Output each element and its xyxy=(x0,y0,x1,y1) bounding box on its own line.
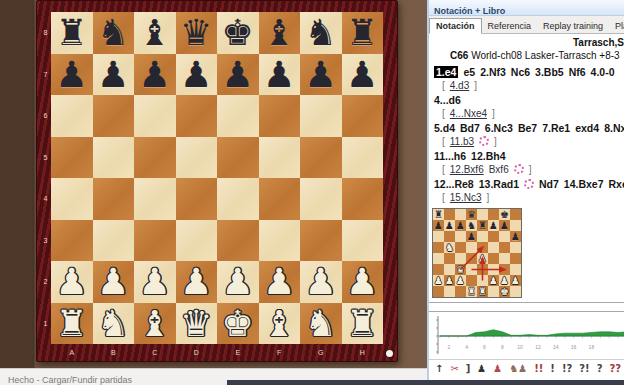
square-g1: ♚ xyxy=(499,286,510,297)
square-c4 xyxy=(455,253,466,264)
square-g7[interactable]: ♟ xyxy=(300,54,342,96)
square-c5[interactable] xyxy=(134,137,176,179)
svg-text:6: 6 xyxy=(483,344,486,350)
square-e5 xyxy=(477,242,488,253)
black-rook: ♜ xyxy=(477,220,488,231)
file-label-a: A xyxy=(51,345,93,361)
square-g4[interactable] xyxy=(300,178,342,220)
black-pawn: ♟ xyxy=(176,54,218,96)
square-a8: ♜ xyxy=(433,209,444,220)
black-pawn: ♟ xyxy=(134,54,176,96)
mainline-row: 11...h612.Bh4 xyxy=(434,149,624,163)
variation-row: [4...Nxe4] xyxy=(434,107,624,121)
square-a3 xyxy=(433,264,444,275)
square-d4 xyxy=(466,253,477,264)
evaluation-graph[interactable]: 24681012141618 xyxy=(429,312,624,359)
panel-title: Notación + Libro xyxy=(429,6,505,16)
white-pawn: ♟ xyxy=(433,275,444,286)
move-8.Nxd4[interactable]: 8.Nxd4 xyxy=(604,122,624,134)
file-label-c: C xyxy=(134,345,176,361)
tab-notación[interactable]: Notación xyxy=(429,18,482,34)
square-g5 xyxy=(499,242,510,253)
mistake-icon[interactable]: ? xyxy=(597,363,603,374)
square-e1[interactable]: ♚ xyxy=(217,303,259,345)
white-pawn: ♟ xyxy=(342,261,384,303)
white-rook: ♜ xyxy=(51,303,93,345)
variation-row: [15.Nc3] xyxy=(434,191,624,205)
square-e7[interactable]: ♟ xyxy=(217,54,259,96)
move-13.Rad1[interactable]: 13.Rad1 xyxy=(479,178,519,190)
square-g6 xyxy=(499,231,510,242)
move-1.e4[interactable]: 1.e4 xyxy=(434,66,458,78)
square-f4[interactable] xyxy=(259,178,301,220)
svg-text:4: 4 xyxy=(465,344,468,350)
square-f4 xyxy=(488,253,499,264)
arrow-up-icon[interactable]: ↑ xyxy=(435,363,443,374)
square-e6[interactable] xyxy=(217,95,259,137)
black-rook: ♜ xyxy=(433,209,444,220)
white-bishop: ♝ xyxy=(134,303,176,345)
square-g4 xyxy=(499,253,510,264)
square-c5 xyxy=(455,242,466,253)
square-c6[interactable] xyxy=(134,95,176,137)
event-header: C66 World-ch08 Lasker-Tarrasch +8-3 xyxy=(429,50,624,63)
square-d1[interactable]: ♛ xyxy=(176,303,218,345)
white-pawn: ♟ xyxy=(499,275,510,286)
square-e1: ♜ xyxy=(477,286,488,297)
square-f5 xyxy=(488,242,499,253)
interesting-move-icon[interactable]: !? xyxy=(562,363,572,374)
move-4...d6[interactable]: 4...d6 xyxy=(434,94,461,106)
bracket: ] xyxy=(474,80,477,91)
move-11...h6[interactable]: 11...h6 xyxy=(434,150,466,162)
move-list: 1.e4e52.Nf3Nc63.Bb5Nf64.0-0[4.d3]4...d6[… xyxy=(429,65,624,205)
square-d6[interactable] xyxy=(176,95,218,137)
white-knight: ♞ xyxy=(444,242,455,253)
move-Bd7[interactable]: Bd7 xyxy=(460,122,480,134)
white-pawn: ♟ xyxy=(51,261,93,303)
fan-icon xyxy=(524,179,534,189)
fan-icon xyxy=(514,164,524,174)
white-pawn: ♟ xyxy=(477,253,488,264)
square-a6 xyxy=(433,231,444,242)
pieces-icon[interactable]: ♞♟ xyxy=(509,363,527,374)
bracket: [ xyxy=(442,136,445,147)
square-h8 xyxy=(510,209,521,220)
square-c7: ♟ xyxy=(455,220,466,231)
move-2.Nf3[interactable]: 2.Nf3 xyxy=(480,66,506,78)
inline-diagram: ♜♛♚♟♟♟♞♜♟♟♟♟♞♟♛♟♟♟♟♟♟♜♜♚ xyxy=(432,208,522,298)
square-d4[interactable] xyxy=(176,178,218,220)
square-b2: ♟ xyxy=(444,275,455,286)
move-exd4[interactable]: exd4 xyxy=(575,122,599,134)
black-pawn: ♟ xyxy=(259,54,301,96)
square-f7[interactable]: ♟ xyxy=(259,54,301,96)
square-g6[interactable] xyxy=(300,95,342,137)
black-pawn: ♟ xyxy=(51,54,93,96)
square-h7[interactable]: ♟ xyxy=(342,54,384,96)
square-b5[interactable] xyxy=(93,137,135,179)
square-c1[interactable]: ♝ xyxy=(134,303,176,345)
move-4...Nxe4[interactable]: 4...Nxe4 xyxy=(450,108,487,119)
square-b7[interactable]: ♟ xyxy=(93,54,135,96)
board-squares: ♜♞♝♛♚♝♞♜♟♟♟♟♟♟♟♟♟♟♟♟♟♟♟♟♜♞♝♛♚♝♞♜ xyxy=(51,12,383,344)
move-Bxf6[interactable]: Bxf6 xyxy=(489,164,509,175)
status-text: Hecho - Cargar/Fundir partidas xyxy=(0,375,132,385)
square-f6[interactable] xyxy=(259,95,301,137)
square-e7: ♜ xyxy=(477,220,488,231)
black-rook: ♜ xyxy=(342,12,384,54)
square-h5 xyxy=(510,242,521,253)
file-label-h: H xyxy=(342,345,384,361)
white-knight: ♞ xyxy=(93,303,135,345)
black-pawn: ♟ xyxy=(444,220,455,231)
rank-label-6: 6 xyxy=(40,95,51,137)
black-knight: ♞ xyxy=(300,12,342,54)
svg-text:14: 14 xyxy=(553,344,559,350)
mainline-row: 4...d6 xyxy=(434,93,624,107)
square-d7: ♞ xyxy=(466,220,477,231)
white-pawn: ♟ xyxy=(488,275,499,286)
square-h5[interactable] xyxy=(342,137,384,179)
blunder-icon[interactable]: ?? xyxy=(609,363,621,374)
move-6.Nc3[interactable]: 6.Nc3 xyxy=(485,122,513,134)
inline-diagram-board: ♜♛♚♟♟♟♞♜♟♟♟♟♞♟♛♟♟♟♟♟♟♜♜♚ xyxy=(432,208,522,298)
square-a5 xyxy=(433,242,444,253)
square-g1[interactable]: ♞ xyxy=(300,303,342,345)
square-a1 xyxy=(433,286,444,297)
square-h4[interactable] xyxy=(342,178,384,220)
square-b5: ♞ xyxy=(444,242,455,253)
white-queen: ♛ xyxy=(176,303,218,345)
file-label-g: G xyxy=(300,345,342,361)
file-labels: ABCDEFGH xyxy=(51,345,383,361)
move-11.b3[interactable]: 11.b3 xyxy=(450,136,474,147)
bracket: [ xyxy=(442,192,445,203)
square-c3: ♛ xyxy=(455,264,466,275)
square-d5 xyxy=(466,242,477,253)
fan-icon xyxy=(479,136,489,146)
bracket: ] xyxy=(494,136,497,147)
square-g3[interactable] xyxy=(300,220,342,262)
square-d3[interactable] xyxy=(176,220,218,262)
white-pawn: ♟ xyxy=(300,261,342,303)
square-f8 xyxy=(488,209,499,220)
white-pawn: ♟ xyxy=(93,261,135,303)
square-a7: ♟ xyxy=(433,220,444,231)
square-e4: ♟ xyxy=(477,253,488,264)
square-e6 xyxy=(477,231,488,242)
brilliant-move-icon[interactable]: !! xyxy=(534,363,543,374)
square-d5[interactable] xyxy=(176,137,218,179)
square-e4[interactable] xyxy=(217,178,259,220)
move-Nc6[interactable]: Nc6 xyxy=(511,66,530,78)
variation-row: [11.b3] xyxy=(434,135,624,149)
move-15.Nc3[interactable]: 15.Nc3 xyxy=(450,192,482,203)
white-bishop: ♝ xyxy=(259,303,301,345)
square-g5[interactable] xyxy=(300,137,342,179)
black-pawn: ♟ xyxy=(93,54,135,96)
square-b6 xyxy=(444,231,455,242)
rank-labels: 87654321 xyxy=(40,12,51,344)
square-a3[interactable] xyxy=(51,220,93,262)
square-h1[interactable]: ♜ xyxy=(342,303,384,345)
white-rook: ♜ xyxy=(342,303,384,345)
square-h2: ♟ xyxy=(510,275,521,286)
square-b8 xyxy=(444,209,455,220)
square-h8[interactable]: ♜ xyxy=(342,12,384,54)
svg-text:12: 12 xyxy=(535,344,541,350)
svg-text:18: 18 xyxy=(589,344,595,350)
square-f1 xyxy=(488,286,499,297)
white-pawn: ♟ xyxy=(134,261,176,303)
square-g8: ♚ xyxy=(499,209,510,220)
black-pawn-icon[interactable]: ♟ xyxy=(477,363,486,374)
svg-text:2: 2 xyxy=(448,344,451,350)
move-e5[interactable]: e5 xyxy=(463,66,475,78)
square-a6[interactable] xyxy=(51,95,93,137)
black-bishop: ♝ xyxy=(259,12,301,54)
white-pawn: ♟ xyxy=(455,275,466,286)
square-a7[interactable]: ♟ xyxy=(51,54,93,96)
variation-row: [4.d3] xyxy=(434,79,624,93)
black-pawn: ♟ xyxy=(342,54,384,96)
square-f5[interactable] xyxy=(259,137,301,179)
square-c3[interactable] xyxy=(134,220,176,262)
square-c4[interactable] xyxy=(134,178,176,220)
square-h6: ♟ xyxy=(510,231,521,242)
square-b6[interactable] xyxy=(93,95,135,137)
black-pawn: ♟ xyxy=(300,54,342,96)
square-h6[interactable] xyxy=(342,95,384,137)
game-header: Tarrasch,Sieg C66 World-ch08 Lasker-Tarr… xyxy=(429,37,624,63)
bracket: [ xyxy=(442,80,445,91)
square-b2[interactable]: ♟ xyxy=(93,261,135,303)
white-pawn: ♟ xyxy=(444,275,455,286)
square-g2[interactable]: ♟ xyxy=(300,261,342,303)
file-label-e: E xyxy=(217,345,259,361)
white-pawn: ♟ xyxy=(259,261,301,303)
mainline-row: 1.e4e52.Nf3Nc63.Bb5Nf64.0-0 xyxy=(434,65,624,79)
square-c8[interactable]: ♝ xyxy=(134,12,176,54)
tab-replay-training[interactable]: Replay training xyxy=(537,19,609,33)
white-queen: ♛ xyxy=(455,264,466,275)
black-pawn: ♟ xyxy=(455,220,466,231)
tab-plan-explorer[interactable]: Plan Explorer xyxy=(609,19,624,33)
move-4.d3[interactable]: 4.d3 xyxy=(450,80,469,91)
square-g7: ♟ xyxy=(499,220,510,231)
square-d3 xyxy=(466,264,477,275)
move-Nf6[interactable]: Nf6 xyxy=(569,66,586,78)
square-a4 xyxy=(433,253,444,264)
annotation-toolbar: ↑✂]♟♟♞♟!!!!??!???+-± xyxy=(429,359,624,376)
square-d8: ♛ xyxy=(466,209,477,220)
square-h4 xyxy=(510,253,521,264)
svg-text:10: 10 xyxy=(517,344,523,350)
mainline-row: 5.d4Bd76.Nc3Be77.Re1exd48.Nxd4Nxd4 xyxy=(434,121,624,135)
black-pawn: ♟ xyxy=(217,54,259,96)
black-pawn: ♟ xyxy=(488,220,499,231)
event-text: World-ch08 Lasker-Tarrasch +8-3 xyxy=(468,50,619,61)
file-label-d: D xyxy=(176,345,218,361)
square-a2: ♟ xyxy=(433,275,444,286)
board-window: 87654321 ABCDEFGH ♜♞♝♛♚♝♞♜♟♟♟♟♟♟♟♟♟♟♟♟♟♟… xyxy=(0,0,427,385)
bracket: ] xyxy=(529,164,532,175)
square-f2: ♟ xyxy=(488,275,499,286)
rank-label-7: 7 xyxy=(40,54,51,96)
scissors-icon[interactable]: ✂ xyxy=(450,363,458,374)
square-b4[interactable] xyxy=(93,178,135,220)
separator xyxy=(429,302,624,303)
eco-code: C66 xyxy=(450,50,468,61)
square-b3 xyxy=(444,264,455,275)
white-rook: ♜ xyxy=(466,286,477,297)
rank-label-1: 1 xyxy=(40,303,51,345)
square-e3[interactable] xyxy=(217,220,259,262)
black-pawn: ♟ xyxy=(510,231,521,242)
svg-text:8: 8 xyxy=(501,344,504,350)
side-to-move-indicator xyxy=(386,350,393,357)
mainline-row: 12...Re813.Rad1Nd714.Bxe7Rxe715.Qc3 xyxy=(434,177,624,191)
square-e3 xyxy=(477,264,488,275)
square-d8[interactable]: ♛ xyxy=(176,12,218,54)
square-e2 xyxy=(477,275,488,286)
square-h2[interactable]: ♟ xyxy=(342,261,384,303)
square-f7: ♟ xyxy=(488,220,499,231)
move-12.Bxf6[interactable]: 12.Bxf6 xyxy=(450,164,484,175)
square-a4[interactable] xyxy=(51,178,93,220)
move-Be7[interactable]: Be7 xyxy=(518,122,537,134)
bracket: ] xyxy=(486,192,489,203)
square-f3 xyxy=(488,264,499,275)
rank-label-8: 8 xyxy=(40,12,51,54)
black-queen: ♛ xyxy=(176,12,218,54)
square-f2[interactable]: ♟ xyxy=(259,261,301,303)
square-a1[interactable]: ♜ xyxy=(51,303,93,345)
square-f8[interactable]: ♝ xyxy=(259,12,301,54)
black-queen: ♛ xyxy=(466,209,477,220)
square-e8[interactable]: ♚ xyxy=(217,12,259,54)
square-e8 xyxy=(477,209,488,220)
square-d2[interactable]: ♟ xyxy=(176,261,218,303)
chess-board: 87654321 ABCDEFGH ♜♞♝♛♚♝♞♜♟♟♟♟♟♟♟♟♟♟♟♟♟♟… xyxy=(36,0,398,362)
move-Rxe7[interactable]: Rxe7 xyxy=(609,178,624,190)
svg-text:16: 16 xyxy=(571,344,577,350)
square-c7[interactable]: ♟ xyxy=(134,54,176,96)
notation-panel: Notación + Libro NotaciónReferenciaRepla… xyxy=(427,0,624,381)
white-pawn: ♟ xyxy=(217,261,259,303)
square-c2: ♟ xyxy=(455,275,466,286)
black-pawn: ♟ xyxy=(433,220,444,231)
rank-label-5: 5 xyxy=(40,137,51,179)
white-pawn: ♟ xyxy=(176,261,218,303)
move-4.0-0[interactable]: 4.0-0 xyxy=(591,66,615,78)
square-c8 xyxy=(455,209,466,220)
black-bishop: ♝ xyxy=(134,12,176,54)
black-king: ♚ xyxy=(217,12,259,54)
black-knight: ♞ xyxy=(466,220,477,231)
white-rook: ♜ xyxy=(477,286,488,297)
square-h7 xyxy=(510,220,521,231)
black-pawn: ♟ xyxy=(499,220,510,231)
bracket: ] xyxy=(492,108,495,119)
square-d2 xyxy=(466,275,477,286)
black-king: ♚ xyxy=(499,209,510,220)
white-king: ♚ xyxy=(499,286,510,297)
square-e2[interactable]: ♟ xyxy=(217,261,259,303)
square-b3[interactable] xyxy=(93,220,135,262)
taskbar-edge xyxy=(227,380,624,385)
move-5.d4[interactable]: 5.d4 xyxy=(434,122,455,134)
square-g8[interactable]: ♞ xyxy=(300,12,342,54)
square-c2[interactable]: ♟ xyxy=(134,261,176,303)
panel-titlebar[interactable]: Notación + Libro xyxy=(429,0,624,16)
bracket: [ xyxy=(442,164,445,175)
tab-referencia[interactable]: Referencia xyxy=(482,19,538,33)
square-b8[interactable]: ♞ xyxy=(93,12,135,54)
notation-tabs: NotaciónReferenciaReplay trainingPlan Ex… xyxy=(429,16,624,34)
move-3.Bb5[interactable]: 3.Bb5 xyxy=(535,66,564,78)
black-rook: ♜ xyxy=(51,12,93,54)
square-a2[interactable]: ♟ xyxy=(51,261,93,303)
square-g2: ♟ xyxy=(499,275,510,286)
black-pawn: ♟ xyxy=(466,231,477,242)
square-h3[interactable] xyxy=(342,220,384,262)
square-f3[interactable] xyxy=(259,220,301,262)
square-f1[interactable]: ♝ xyxy=(259,303,301,345)
square-c1 xyxy=(455,286,466,297)
red-pawn-icon[interactable]: ♟ xyxy=(493,363,502,374)
square-b1[interactable]: ♞ xyxy=(93,303,135,345)
move-Nd7[interactable]: Nd7 xyxy=(539,178,559,190)
square-h1 xyxy=(510,286,521,297)
rank-label-3: 3 xyxy=(40,220,51,262)
square-a5[interactable] xyxy=(51,137,93,179)
square-h3 xyxy=(510,264,521,275)
square-g3 xyxy=(499,264,510,275)
square-a8[interactable]: ♜ xyxy=(51,12,93,54)
white-king: ♚ xyxy=(217,303,259,345)
variation-row: [12.Bxf6Bxf6] xyxy=(434,163,624,177)
square-d7[interactable]: ♟ xyxy=(176,54,218,96)
move-12...Re8[interactable]: 12...Re8 xyxy=(434,178,474,190)
square-d6: ♟ xyxy=(466,231,477,242)
bracket: [ xyxy=(442,108,445,119)
rank-label-2: 2 xyxy=(40,261,51,303)
square-e5[interactable] xyxy=(217,137,259,179)
square-b1 xyxy=(444,286,455,297)
file-label-f: F xyxy=(259,345,301,361)
players-header: Tarrasch,Sieg xyxy=(429,37,624,50)
black-knight: ♞ xyxy=(93,12,135,54)
square-b4 xyxy=(444,253,455,264)
white-pawn: ♟ xyxy=(510,275,521,286)
move-12.Bh4[interactable]: 12.Bh4 xyxy=(471,150,505,162)
bracket-icon[interactable]: ] xyxy=(466,363,471,374)
square-f6 xyxy=(488,231,499,242)
rank-label-4: 4 xyxy=(40,178,51,220)
square-c6 xyxy=(455,231,466,242)
move-14.Bxe7[interactable]: 14.Bxe7 xyxy=(564,178,604,190)
file-label-b: B xyxy=(93,345,135,361)
app-window: 87654321 ABCDEFGH ♜♞♝♛♚♝♞♜♟♟♟♟♟♟♟♟♟♟♟♟♟♟… xyxy=(0,0,624,385)
square-d1: ♜ xyxy=(466,286,477,297)
square-b7: ♟ xyxy=(444,220,455,231)
good-move-icon[interactable]: ! xyxy=(550,363,555,374)
move-7.Re1[interactable]: 7.Re1 xyxy=(542,122,570,134)
white-knight: ♞ xyxy=(300,303,342,345)
dubious-move-icon[interactable]: ?! xyxy=(579,363,589,374)
